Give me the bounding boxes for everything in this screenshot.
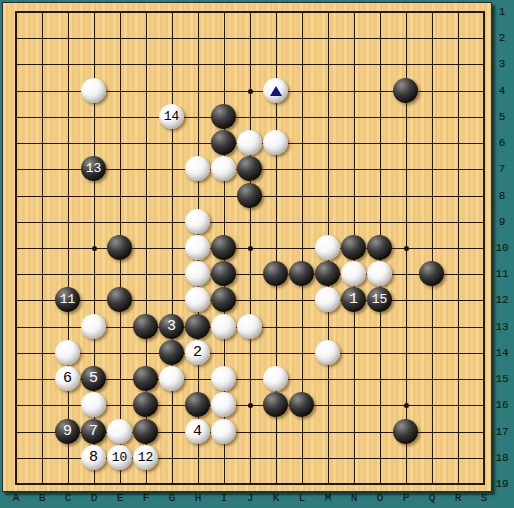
stone-D18[interactable]: 8 <box>81 445 106 470</box>
stone-E10[interactable] <box>107 235 132 260</box>
move-number-label: 15 <box>367 287 392 312</box>
column-label-M: M <box>321 493 335 504</box>
stone-P4[interactable] <box>393 78 418 103</box>
stone-H16[interactable] <box>185 392 210 417</box>
column-label-H: H <box>191 493 205 504</box>
row-label-6: 6 <box>492 138 512 149</box>
row-label-19: 19 <box>492 479 512 490</box>
grid-line-horizontal <box>16 274 484 275</box>
column-label-O: O <box>373 493 387 504</box>
move-number-label: 9 <box>55 419 80 444</box>
stone-K16[interactable] <box>263 392 288 417</box>
column-label-F: F <box>139 493 153 504</box>
stone-K15[interactable] <box>263 366 288 391</box>
stone-L11[interactable] <box>289 261 314 286</box>
stone-P17[interactable] <box>393 419 418 444</box>
column-label-L: L <box>295 493 309 504</box>
board-overlay: 141311115326597481012ABCDEFGHIJKLMNOPQRS… <box>0 0 514 508</box>
stone-M11[interactable] <box>315 261 340 286</box>
stone-K11[interactable] <box>263 261 288 286</box>
row-label-12: 12 <box>492 295 512 306</box>
column-label-G: G <box>165 493 179 504</box>
stone-D13[interactable] <box>81 314 106 339</box>
row-label-1: 1 <box>492 7 512 18</box>
star-point-J10 <box>248 246 253 251</box>
move-number-label: 13 <box>81 156 106 181</box>
column-label-K: K <box>269 493 283 504</box>
grid-line-vertical <box>458 12 459 484</box>
stone-E17[interactable] <box>107 419 132 444</box>
move-number-label: 7 <box>81 419 106 444</box>
star-point-D10 <box>92 246 97 251</box>
stone-D17[interactable]: 7 <box>81 419 106 444</box>
column-label-I: I <box>217 493 231 504</box>
row-label-13: 13 <box>492 322 512 333</box>
stone-G14[interactable] <box>159 340 184 365</box>
star-point-J4 <box>248 89 253 94</box>
column-label-A: A <box>9 493 23 504</box>
row-label-16: 16 <box>492 400 512 411</box>
column-label-J: J <box>243 493 257 504</box>
stone-H12[interactable] <box>185 287 210 312</box>
stone-N11[interactable] <box>341 261 366 286</box>
row-label-10: 10 <box>492 243 512 254</box>
stone-J7[interactable] <box>237 156 262 181</box>
stone-G13[interactable]: 3 <box>159 314 184 339</box>
stone-J8[interactable] <box>237 183 262 208</box>
stone-F16[interactable] <box>133 392 158 417</box>
stone-H14[interactable]: 2 <box>185 340 210 365</box>
column-label-B: B <box>35 493 49 504</box>
grid-line-horizontal <box>16 300 484 301</box>
row-label-9: 9 <box>492 217 512 228</box>
column-label-N: N <box>347 493 361 504</box>
stone-N10[interactable] <box>341 235 366 260</box>
stone-D16[interactable] <box>81 392 106 417</box>
move-number-label: 5 <box>81 366 106 391</box>
stone-I10[interactable] <box>211 235 236 260</box>
stone-E18[interactable]: 10 <box>107 445 132 470</box>
stone-D15[interactable]: 5 <box>81 366 106 391</box>
stone-M10[interactable] <box>315 235 340 260</box>
move-number-label: 10 <box>107 445 132 470</box>
star-point-J16 <box>248 403 253 408</box>
stone-I6[interactable] <box>211 130 236 155</box>
stone-H11[interactable] <box>185 261 210 286</box>
stone-H10[interactable] <box>185 235 210 260</box>
row-label-14: 14 <box>492 348 512 359</box>
row-label-5: 5 <box>492 112 512 123</box>
stone-O11[interactable] <box>367 261 392 286</box>
move-number-label: 2 <box>185 340 210 365</box>
stone-K6[interactable] <box>263 130 288 155</box>
stone-F15[interactable] <box>133 366 158 391</box>
stone-I5[interactable] <box>211 104 236 129</box>
stone-N12[interactable]: 1 <box>341 287 366 312</box>
column-label-P: P <box>399 493 413 504</box>
stone-L16[interactable] <box>289 392 314 417</box>
grid-line-vertical <box>432 12 433 484</box>
row-label-17: 17 <box>492 427 512 438</box>
column-label-R: R <box>451 493 465 504</box>
stone-H7[interactable] <box>185 156 210 181</box>
move-number-label: 8 <box>81 445 106 470</box>
stone-G15[interactable] <box>159 366 184 391</box>
row-label-3: 3 <box>492 59 512 70</box>
move-number-label: 12 <box>133 445 158 470</box>
move-number-label: 4 <box>185 419 210 444</box>
stone-H17[interactable]: 4 <box>185 419 210 444</box>
column-label-D: D <box>87 493 101 504</box>
row-label-8: 8 <box>492 191 512 202</box>
stone-Q11[interactable] <box>419 261 444 286</box>
row-label-4: 4 <box>492 86 512 97</box>
stone-I11[interactable] <box>211 261 236 286</box>
stone-H9[interactable] <box>185 209 210 234</box>
row-label-11: 11 <box>492 269 512 280</box>
stone-F17[interactable] <box>133 419 158 444</box>
stone-F13[interactable] <box>133 314 158 339</box>
move-number-label: 1 <box>341 287 366 312</box>
column-label-C: C <box>61 493 75 504</box>
stone-O12[interactable]: 15 <box>367 287 392 312</box>
stone-C12[interactable]: 11 <box>55 287 80 312</box>
triangle-marker-K4 <box>270 86 282 96</box>
stone-M14[interactable] <box>315 340 340 365</box>
star-point-P10 <box>404 246 409 251</box>
stone-O10[interactable] <box>367 235 392 260</box>
stone-C14[interactable] <box>55 340 80 365</box>
stone-D7[interactable]: 13 <box>81 156 106 181</box>
row-label-2: 2 <box>492 33 512 44</box>
stone-F18[interactable]: 12 <box>133 445 158 470</box>
star-point-P16 <box>404 403 409 408</box>
stone-J13[interactable] <box>237 314 262 339</box>
stone-D4[interactable] <box>81 78 106 103</box>
stone-I13[interactable] <box>211 314 236 339</box>
grid-line-horizontal <box>16 353 484 354</box>
column-label-E: E <box>113 493 127 504</box>
stone-E12[interactable] <box>107 287 132 312</box>
stone-J6[interactable] <box>237 130 262 155</box>
row-label-18: 18 <box>492 453 512 464</box>
column-label-Q: Q <box>425 493 439 504</box>
stone-I16[interactable] <box>211 392 236 417</box>
move-number-label: 14 <box>159 104 184 129</box>
stone-I15[interactable] <box>211 366 236 391</box>
stone-M12[interactable] <box>315 287 340 312</box>
row-label-7: 7 <box>492 164 512 175</box>
column-label-S: S <box>477 493 491 504</box>
stone-I7[interactable] <box>211 156 236 181</box>
stone-G5[interactable]: 14 <box>159 104 184 129</box>
stone-C15[interactable]: 6 <box>55 366 80 391</box>
stone-I17[interactable] <box>211 419 236 444</box>
move-number-label: 3 <box>159 314 184 339</box>
stone-I12[interactable] <box>211 287 236 312</box>
move-number-label: 11 <box>55 287 80 312</box>
row-label-15: 15 <box>492 374 512 385</box>
stone-C17[interactable]: 9 <box>55 419 80 444</box>
move-number-label: 6 <box>55 366 80 391</box>
stone-H13[interactable] <box>185 314 210 339</box>
